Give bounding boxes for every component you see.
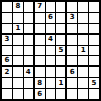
cell-r7c2[interactable]: [13, 67, 23, 77]
cell-r8c7[interactable]: [67, 78, 77, 88]
cell-r5c4[interactable]: [35, 46, 45, 56]
cell-r9c3[interactable]: [24, 89, 34, 99]
cell-r7c5[interactable]: [46, 67, 56, 77]
cell-r1c1[interactable]: [2, 2, 12, 12]
cell-r2c5[interactable]: 6: [46, 13, 56, 23]
cell-r7c9[interactable]: [89, 67, 99, 77]
cell-r3c7[interactable]: [67, 24, 77, 34]
cell-r4c1[interactable]: 3: [2, 35, 12, 45]
cell-r8c8[interactable]: [78, 78, 88, 88]
cell-r5c2[interactable]: [13, 46, 23, 56]
cell-r8c2[interactable]: [13, 78, 23, 88]
cell-r5c8[interactable]: 1: [78, 46, 88, 56]
cell-r9c6[interactable]: [56, 89, 66, 99]
cell-r1c9[interactable]: [89, 2, 99, 12]
cell-r3c4[interactable]: [35, 24, 45, 34]
cell-r2c7[interactable]: 3: [67, 13, 77, 23]
cell-r1c5[interactable]: [46, 2, 56, 12]
cell-r7c7[interactable]: 6: [67, 67, 77, 77]
cell-r2c4[interactable]: [35, 13, 45, 23]
cell-r3c1[interactable]: [2, 24, 12, 34]
cell-r4c8[interactable]: [78, 35, 88, 45]
cell-r6c9[interactable]: [89, 56, 99, 66]
cell-r1c6[interactable]: [56, 2, 66, 12]
cell-r3c3[interactable]: [24, 24, 34, 34]
cell-r8c3[interactable]: [24, 78, 34, 88]
cell-r3c2[interactable]: 1: [13, 24, 23, 34]
cell-r7c3[interactable]: 4: [24, 67, 34, 77]
cell-r1c8[interactable]: [78, 2, 88, 12]
cell-r5c5[interactable]: [46, 46, 56, 56]
cell-r2c1[interactable]: [2, 13, 12, 23]
cell-r9c9[interactable]: [89, 89, 99, 99]
cell-r7c1[interactable]: 2: [2, 67, 12, 77]
cell-r2c8[interactable]: [78, 13, 88, 23]
cell-r4c2[interactable]: [13, 35, 23, 45]
cell-r4c6[interactable]: [56, 35, 66, 45]
cell-r5c6[interactable]: 5: [56, 46, 66, 56]
cell-r6c4[interactable]: [35, 56, 45, 66]
cell-r9c5[interactable]: [46, 89, 56, 99]
cell-r2c9[interactable]: [89, 13, 99, 23]
cell-r8c1[interactable]: [2, 78, 12, 88]
cell-r6c3[interactable]: [24, 56, 34, 66]
cell-r9c7[interactable]: [67, 89, 77, 99]
cell-r4c4[interactable]: [35, 35, 45, 45]
cell-r7c4[interactable]: [35, 67, 45, 77]
cell-r3c6[interactable]: [56, 24, 66, 34]
cell-r6c2[interactable]: [13, 56, 23, 66]
cell-r6c5[interactable]: [46, 56, 56, 66]
cell-r1c2[interactable]: 8: [13, 2, 23, 12]
cell-r6c8[interactable]: [78, 56, 88, 66]
cell-r6c6[interactable]: [56, 56, 66, 66]
cell-r7c8[interactable]: [78, 67, 88, 77]
cell-r8c4[interactable]: 8: [35, 78, 45, 88]
cell-r9c2[interactable]: [13, 89, 23, 99]
cell-r9c8[interactable]: [78, 89, 88, 99]
cell-r2c6[interactable]: [56, 13, 66, 23]
cell-r8c5[interactable]: [46, 78, 56, 88]
cell-r4c9[interactable]: [89, 35, 99, 45]
cell-r5c9[interactable]: [89, 46, 99, 56]
cell-r3c5[interactable]: [46, 24, 56, 34]
cell-r6c1[interactable]: 6: [2, 56, 12, 66]
cell-r4c7[interactable]: [67, 35, 77, 45]
cell-r3c9[interactable]: [89, 24, 99, 34]
cell-r2c3[interactable]: [24, 13, 34, 23]
cell-r5c1[interactable]: [2, 46, 12, 56]
cell-r8c6[interactable]: 1: [56, 78, 66, 88]
cell-r2c2[interactable]: [13, 13, 23, 23]
cell-r6c7[interactable]: [67, 56, 77, 66]
cell-r5c7[interactable]: [67, 46, 77, 56]
cell-r9c1[interactable]: [2, 89, 12, 99]
cell-r1c3[interactable]: [24, 2, 34, 12]
cell-r3c8[interactable]: [78, 24, 88, 34]
cell-r1c7[interactable]: [67, 2, 77, 12]
cell-r5c3[interactable]: [24, 46, 34, 56]
cell-r9c4[interactable]: 6: [35, 89, 45, 99]
cell-r4c5[interactable]: 4: [46, 35, 56, 45]
cell-r8c9[interactable]: 5: [89, 78, 99, 88]
cell-r1c4[interactable]: 7: [35, 2, 45, 12]
cell-r4c3[interactable]: [24, 35, 34, 45]
sudoku-board: 87631345162468156: [0, 0, 101, 101]
cell-r7c6[interactable]: [56, 67, 66, 77]
